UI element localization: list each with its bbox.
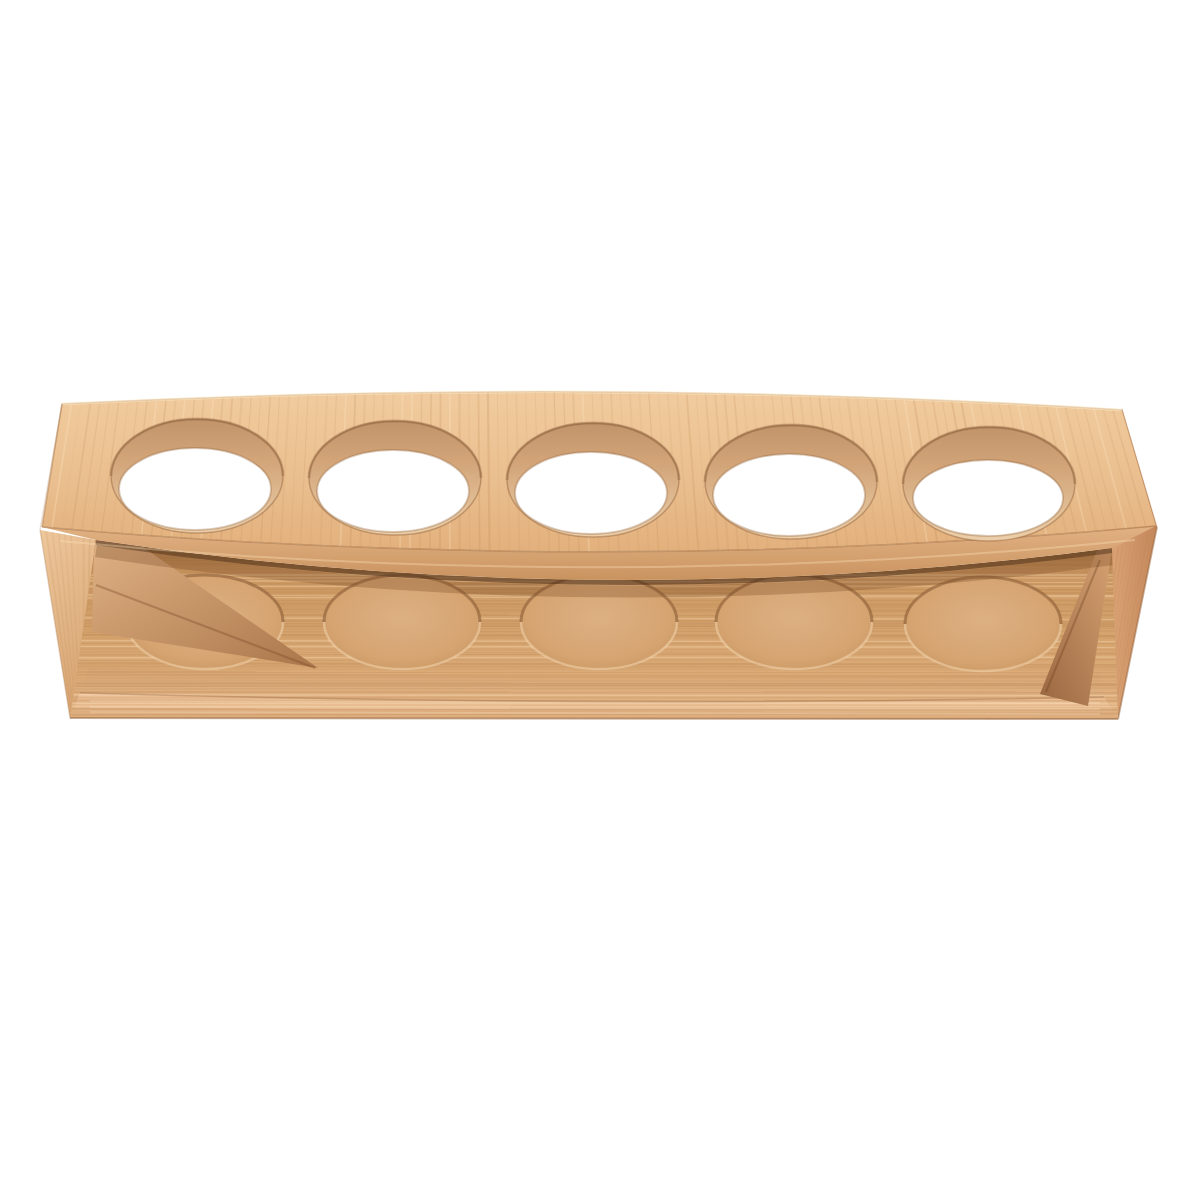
grain-line: [75, 683, 1117, 684]
hole-3: [507, 423, 679, 537]
bamboo-rack: [40, 392, 1157, 719]
hole-4: [705, 425, 877, 539]
grain-line: [75, 685, 1117, 686]
grain-line: [73, 695, 1117, 696]
hole-opening: [713, 454, 865, 536]
hole-5: [903, 427, 1075, 541]
product-image: [0, 0, 1200, 1200]
hole-1: [111, 419, 283, 533]
grain-line: [76, 675, 1116, 676]
photo-canvas: [0, 0, 1200, 1200]
hole-opening: [119, 448, 271, 530]
recess-5: [905, 577, 1061, 671]
hole-opening: [317, 450, 469, 532]
bamboo-rack-photo: [0, 0, 1200, 1200]
hole-opening: [515, 452, 667, 534]
hole-opening: [913, 460, 1063, 536]
top-panel: [42, 392, 1156, 552]
hole-2: [309, 421, 481, 535]
